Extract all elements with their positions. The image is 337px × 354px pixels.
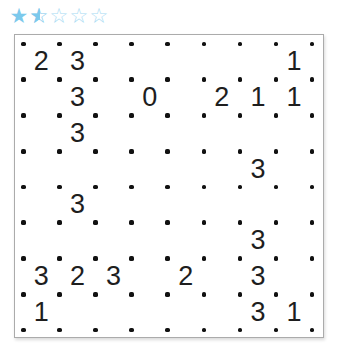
grid-dot xyxy=(129,149,134,154)
cell-r8-c8-clue-1[interactable]: 1 xyxy=(276,294,312,330)
star-icon-1-full: ★ xyxy=(9,5,29,27)
cell-r5-c2-clue-3[interactable]: 3 xyxy=(59,187,95,223)
grid-dot xyxy=(93,185,98,190)
grid-dot xyxy=(165,113,170,118)
grid-dot xyxy=(21,185,26,190)
grid-dot xyxy=(238,220,243,225)
cell-r8-c4[interactable] xyxy=(132,294,168,330)
cell-r4-c4[interactable] xyxy=(132,151,168,187)
grid-dot xyxy=(202,256,207,261)
cell-r1-c5[interactable] xyxy=(168,44,204,80)
slitherlink-puzzle-page: ★☆★☆☆☆ 23130211333332323131 xyxy=(0,0,337,354)
grid-dot xyxy=(274,149,279,154)
cell-r7-c6[interactable] xyxy=(204,259,240,295)
grid-dot xyxy=(129,77,134,82)
cell-r1-c1-clue-2[interactable]: 2 xyxy=(23,44,59,80)
cell-r6-c8[interactable] xyxy=(276,223,312,259)
grid-dot xyxy=(21,292,26,297)
grid-dot xyxy=(238,292,243,297)
cell-r5-c4[interactable] xyxy=(132,187,168,223)
cell-r3-c6[interactable] xyxy=(204,116,240,152)
cell-r4-c1[interactable] xyxy=(23,151,59,187)
grid-dot xyxy=(129,42,134,47)
grid-dot xyxy=(57,256,62,261)
grid-dot xyxy=(93,149,98,154)
grid-dot xyxy=(129,292,134,297)
cell-r7-c8[interactable] xyxy=(276,259,312,295)
grid-dot xyxy=(93,328,98,333)
cell-r4-c5[interactable] xyxy=(168,151,204,187)
grid-dot xyxy=(310,185,315,190)
grid-dot xyxy=(202,220,207,225)
grid-dot xyxy=(57,185,62,190)
grid-dot xyxy=(274,328,279,333)
star-icon-2-half: ☆★ xyxy=(29,5,49,27)
grid-dot xyxy=(274,113,279,118)
cell-r2-c7-clue-1[interactable]: 1 xyxy=(240,80,276,116)
cell-r8-c3[interactable] xyxy=(96,294,132,330)
cell-r6-c4[interactable] xyxy=(132,223,168,259)
cell-r8-c1-clue-1[interactable]: 1 xyxy=(23,294,59,330)
cell-r7-c3-clue-3[interactable]: 3 xyxy=(96,259,132,295)
grid-dot xyxy=(129,328,134,333)
grid-dot xyxy=(274,220,279,225)
cell-r4-c6[interactable] xyxy=(204,151,240,187)
grid-dot xyxy=(165,328,170,333)
cell-r7-c4[interactable] xyxy=(132,259,168,295)
cell-r6-c7-clue-3[interactable]: 3 xyxy=(240,223,276,259)
star-icon-5-empty: ☆ xyxy=(89,5,109,27)
grid-dot xyxy=(165,77,170,82)
cell-r7-c7-clue-3[interactable]: 3 xyxy=(240,259,276,295)
grid-dot xyxy=(202,292,207,297)
grid-dot xyxy=(274,77,279,82)
cell-r2-c3[interactable] xyxy=(96,80,132,116)
star-icon-3-empty: ☆ xyxy=(49,5,69,27)
grid-dot xyxy=(129,113,134,118)
grid-dot xyxy=(202,113,207,118)
difficulty-rating: ★☆★☆☆☆ xyxy=(9,5,109,27)
cell-r1-c6[interactable] xyxy=(204,44,240,80)
cell-r1-c4[interactable] xyxy=(132,44,168,80)
cell-r8-c6[interactable] xyxy=(204,294,240,330)
cell-r4-c2[interactable] xyxy=(59,151,95,187)
cell-r5-c5[interactable] xyxy=(168,187,204,223)
cell-r1-c8-clue-1[interactable]: 1 xyxy=(276,44,312,80)
cell-r6-c2[interactable] xyxy=(59,223,95,259)
cell-r5-c7[interactable] xyxy=(240,187,276,223)
grid-dot xyxy=(165,220,170,225)
cell-r2-c5[interactable] xyxy=(168,80,204,116)
grid-dot xyxy=(129,256,134,261)
cell-r7-c2-clue-2[interactable]: 2 xyxy=(59,259,95,295)
grid-dot xyxy=(93,256,98,261)
cell-r2-c2-clue-3[interactable]: 3 xyxy=(59,80,95,116)
cell-r8-c7-clue-3[interactable]: 3 xyxy=(240,294,276,330)
grid-dot xyxy=(57,77,62,82)
grid-dot xyxy=(21,328,26,333)
grid-dot xyxy=(165,256,170,261)
cell-r6-c3[interactable] xyxy=(96,223,132,259)
cell-r6-c1[interactable] xyxy=(23,223,59,259)
grid-dot xyxy=(165,149,170,154)
cell-r5-c8[interactable] xyxy=(276,187,312,223)
grid-dot xyxy=(21,77,26,82)
grid-dot xyxy=(165,185,170,190)
star-icon-4-empty: ☆ xyxy=(69,5,89,27)
cell-r1-c3[interactable] xyxy=(96,44,132,80)
grid-dot xyxy=(238,149,243,154)
grid-dot xyxy=(310,292,315,297)
grid-dot xyxy=(165,42,170,47)
cell-r3-c7[interactable] xyxy=(240,116,276,152)
grid-dot xyxy=(21,42,26,47)
grid-dot xyxy=(310,328,315,333)
grid-dot xyxy=(57,220,62,225)
cell-r4-c7-clue-3[interactable]: 3 xyxy=(240,151,276,187)
grid-dot xyxy=(57,149,62,154)
grid-dot xyxy=(274,292,279,297)
grid-dot xyxy=(310,77,315,82)
grid-dot xyxy=(310,113,315,118)
cell-r5-c1[interactable] xyxy=(23,187,59,223)
grid-dot xyxy=(310,149,315,154)
cell-r3-c8[interactable] xyxy=(276,116,312,152)
cell-r2-c6-clue-2[interactable]: 2 xyxy=(204,80,240,116)
grid-dot xyxy=(310,220,315,225)
grid-dot xyxy=(238,77,243,82)
cell-r2-c1[interactable] xyxy=(23,80,59,116)
star-half-fill: ★ xyxy=(29,5,40,27)
cell-r1-c7[interactable] xyxy=(240,44,276,80)
cell-r6-c5[interactable] xyxy=(168,223,204,259)
grid-dot xyxy=(21,149,26,154)
grid-dot xyxy=(238,256,243,261)
grid-dot xyxy=(57,328,62,333)
grid-dot xyxy=(21,220,26,225)
grid-dot xyxy=(93,42,98,47)
grid-dot xyxy=(93,292,98,297)
grid-dot xyxy=(93,77,98,82)
grid-dot xyxy=(310,42,315,47)
cell-r8-c2[interactable] xyxy=(59,294,95,330)
grid-dot xyxy=(21,256,26,261)
cell-r2-c8-clue-1[interactable]: 1 xyxy=(276,80,312,116)
grid-dot xyxy=(202,77,207,82)
grid-dot xyxy=(129,185,134,190)
cell-r3-c1[interactable] xyxy=(23,116,59,152)
grid-dot xyxy=(274,256,279,261)
cell-r1-c2-clue-3[interactable]: 3 xyxy=(59,44,95,80)
cell-r2-c4-clue-0[interactable]: 0 xyxy=(132,80,168,116)
grid-dot xyxy=(57,292,62,297)
cell-r7-c1-clue-3[interactable]: 3 xyxy=(23,259,59,295)
grid-dot xyxy=(310,256,315,261)
cell-r3-c4[interactable] xyxy=(132,116,168,152)
grid-dot xyxy=(129,220,134,225)
grid-dot xyxy=(202,328,207,333)
grid-dot xyxy=(202,149,207,154)
cell-r3-c2-clue-3[interactable]: 3 xyxy=(59,116,95,152)
cell-r5-c3[interactable] xyxy=(96,187,132,223)
grid-dot xyxy=(93,113,98,118)
cell-r4-c8[interactable] xyxy=(276,151,312,187)
slitherlink-board: 23130211333332323131 xyxy=(14,34,324,338)
grid-dot xyxy=(21,113,26,118)
grid-dot xyxy=(57,113,62,118)
grid-dot xyxy=(57,42,62,47)
grid-dot xyxy=(93,220,98,225)
cell-r3-c3[interactable] xyxy=(96,116,132,152)
cell-r4-c3[interactable] xyxy=(96,151,132,187)
cell-r5-c6[interactable] xyxy=(204,187,240,223)
grid-dot xyxy=(238,113,243,118)
grid-dot xyxy=(238,328,243,333)
cell-r7-c5-clue-2[interactable]: 2 xyxy=(168,259,204,295)
cell-r8-c5[interactable] xyxy=(168,294,204,330)
cell-r3-c5[interactable] xyxy=(168,116,204,152)
cell-r6-c6[interactable] xyxy=(204,223,240,259)
grid-dot xyxy=(165,292,170,297)
